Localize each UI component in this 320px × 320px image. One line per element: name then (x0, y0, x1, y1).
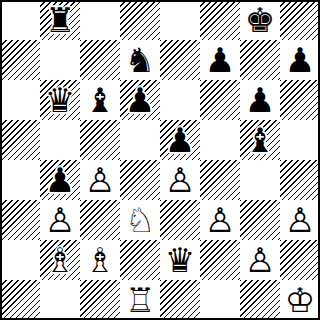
square-b5[interactable] (40, 120, 80, 160)
square-d4[interactable] (120, 160, 160, 200)
square-g3[interactable] (240, 200, 280, 240)
square-c3[interactable] (80, 200, 120, 240)
square-e2[interactable]: ♛♛ (160, 240, 200, 280)
piece-glyph: ♜ (40, 0, 80, 40)
square-e6[interactable] (160, 80, 200, 120)
piece-glyph: ♙ (200, 200, 240, 240)
square-f6[interactable] (200, 80, 240, 120)
square-f1[interactable] (200, 280, 240, 320)
piece-glyph: ♙ (40, 200, 80, 240)
square-b1[interactable] (40, 280, 80, 320)
piece-glyph: ♞ (120, 40, 160, 80)
square-a1[interactable] (0, 280, 40, 320)
piece-glyph: ♟ (240, 80, 280, 120)
square-g1[interactable] (240, 280, 280, 320)
square-c6[interactable]: ♝♝ (80, 80, 120, 120)
square-c4[interactable]: ♟♙ (80, 160, 120, 200)
piece-glyph: ♟ (200, 40, 240, 80)
square-f4[interactable] (200, 160, 240, 200)
piece-white-bishop: ♝♗ (40, 240, 80, 280)
piece-glyph: ♖ (120, 280, 160, 320)
piece-black-pawn: ♟♟ (200, 40, 240, 80)
piece-glyph: ♟ (160, 120, 200, 160)
square-d7[interactable]: ♞♞ (120, 40, 160, 80)
piece-black-rook: ♜♜ (40, 0, 80, 40)
piece-white-pawn: ♟♙ (280, 200, 320, 240)
piece-white-pawn: ♟♙ (160, 160, 200, 200)
square-d1[interactable]: ♜♖ (120, 280, 160, 320)
piece-white-pawn: ♟♙ (80, 160, 120, 200)
square-d5[interactable] (120, 120, 160, 160)
square-b6[interactable]: ♛♛ (40, 80, 80, 120)
piece-black-knight: ♞♞ (120, 40, 160, 80)
piece-glyph: ♝ (240, 120, 280, 160)
square-e4[interactable]: ♟♙ (160, 160, 200, 200)
square-h4[interactable] (280, 160, 320, 200)
square-b7[interactable] (40, 40, 80, 80)
square-a8[interactable] (0, 0, 40, 40)
piece-glyph: ♘ (120, 200, 160, 240)
square-c1[interactable] (80, 280, 120, 320)
piece-white-pawn: ♟♙ (200, 200, 240, 240)
piece-glyph: ♟ (120, 80, 160, 120)
square-g2[interactable]: ♟♙ (240, 240, 280, 280)
square-h8[interactable] (280, 0, 320, 40)
piece-black-queen: ♛♛ (160, 240, 200, 280)
square-c2[interactable]: ♝♗ (80, 240, 120, 280)
square-b4[interactable]: ♟♟ (40, 160, 80, 200)
square-h2[interactable] (280, 240, 320, 280)
square-h6[interactable] (280, 80, 320, 120)
square-e8[interactable] (160, 0, 200, 40)
piece-glyph: ♛ (40, 80, 80, 120)
square-f8[interactable] (200, 0, 240, 40)
piece-glyph: ♔ (280, 280, 320, 320)
square-a3[interactable] (0, 200, 40, 240)
square-h3[interactable]: ♟♙ (280, 200, 320, 240)
square-h1[interactable]: ♚♔ (280, 280, 320, 320)
piece-glyph: ♚ (240, 0, 280, 40)
square-a2[interactable] (0, 240, 40, 280)
piece-black-pawn: ♟♟ (160, 120, 200, 160)
square-f5[interactable] (200, 120, 240, 160)
piece-black-bishop: ♝♝ (240, 120, 280, 160)
piece-black-bishop: ♝♝ (80, 80, 120, 120)
square-e7[interactable] (160, 40, 200, 80)
square-d3[interactable]: ♞♘ (120, 200, 160, 240)
square-c7[interactable] (80, 40, 120, 80)
piece-glyph: ♙ (240, 240, 280, 280)
square-d6[interactable]: ♟♟ (120, 80, 160, 120)
square-h5[interactable] (280, 120, 320, 160)
square-g5[interactable]: ♝♝ (240, 120, 280, 160)
square-e1[interactable] (160, 280, 200, 320)
piece-glyph: ♙ (80, 160, 120, 200)
piece-white-pawn: ♟♙ (40, 200, 80, 240)
piece-black-pawn: ♟♟ (240, 80, 280, 120)
piece-white-pawn: ♟♙ (240, 240, 280, 280)
chess-board-wrapper: ♜♜♚♚♞♞♟♟♟♟♛♛♝♝♟♟♟♟♟♟♝♝♟♟♟♙♟♙♟♙♞♘♟♙♟♙♝♗♝♗… (0, 0, 320, 320)
square-a7[interactable] (0, 40, 40, 80)
square-b2[interactable]: ♝♗ (40, 240, 80, 280)
piece-black-pawn: ♟♟ (40, 160, 80, 200)
piece-glyph: ♗ (80, 240, 120, 280)
square-f3[interactable]: ♟♙ (200, 200, 240, 240)
square-g8[interactable]: ♚♚ (240, 0, 280, 40)
piece-glyph: ♗ (40, 240, 80, 280)
square-a5[interactable] (0, 120, 40, 160)
piece-glyph: ♙ (160, 160, 200, 200)
square-c8[interactable] (80, 0, 120, 40)
piece-black-queen: ♛♛ (40, 80, 80, 120)
square-f7[interactable]: ♟♟ (200, 40, 240, 80)
piece-white-bishop: ♝♗ (80, 240, 120, 280)
square-b8[interactable]: ♜♜ (40, 0, 80, 40)
piece-glyph: ♝ (80, 80, 120, 120)
chess-board: ♜♜♚♚♞♞♟♟♟♟♛♛♝♝♟♟♟♟♟♟♝♝♟♟♟♙♟♙♟♙♞♘♟♙♟♙♝♗♝♗… (0, 0, 320, 320)
piece-glyph: ♟ (40, 160, 80, 200)
square-g4[interactable] (240, 160, 280, 200)
square-d2[interactable] (120, 240, 160, 280)
piece-glyph: ♟ (280, 40, 320, 80)
piece-glyph: ♙ (280, 200, 320, 240)
square-a4[interactable] (0, 160, 40, 200)
square-e3[interactable] (160, 200, 200, 240)
piece-glyph: ♛ (160, 240, 200, 280)
piece-black-king: ♚♚ (240, 0, 280, 40)
square-h7[interactable]: ♟♟ (280, 40, 320, 80)
square-d8[interactable] (120, 0, 160, 40)
square-c5[interactable] (80, 120, 120, 160)
square-f2[interactable] (200, 240, 240, 280)
square-a6[interactable] (0, 80, 40, 120)
piece-black-pawn: ♟♟ (280, 40, 320, 80)
piece-white-rook: ♜♖ (120, 280, 160, 320)
square-b3[interactable]: ♟♙ (40, 200, 80, 240)
square-e5[interactable]: ♟♟ (160, 120, 200, 160)
square-g7[interactable] (240, 40, 280, 80)
piece-black-pawn: ♟♟ (120, 80, 160, 120)
square-g6[interactable]: ♟♟ (240, 80, 280, 120)
piece-white-knight: ♞♘ (120, 200, 160, 240)
piece-white-king: ♚♔ (280, 280, 320, 320)
